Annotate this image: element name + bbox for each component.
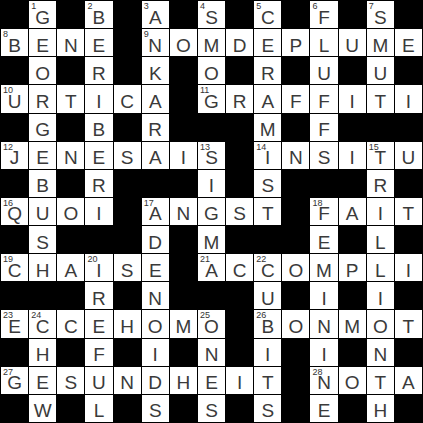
block-cell-12-10 bbox=[282, 339, 309, 366]
cell-5-6[interactable]: I bbox=[170, 142, 197, 169]
cell-letter: C bbox=[233, 256, 247, 280]
cell-1-3[interactable]: E bbox=[85, 29, 112, 56]
cell-letter: D bbox=[148, 228, 162, 252]
cell-11-13[interactable]: O bbox=[367, 310, 394, 337]
cell-8-1[interactable]: S bbox=[29, 226, 56, 253]
cell-13-4[interactable]: N bbox=[114, 367, 141, 394]
cell-5-12[interactable]: I bbox=[339, 142, 366, 169]
cell-7-7[interactable]: G bbox=[198, 198, 225, 225]
cell-1-2[interactable]: N bbox=[57, 29, 84, 56]
block-cell-6-11 bbox=[310, 170, 337, 197]
cell-11-6[interactable]: M bbox=[170, 310, 197, 337]
cell-letter: U bbox=[402, 143, 416, 167]
cell-letter: C bbox=[120, 87, 134, 111]
cell-8-7[interactable]: M bbox=[198, 226, 225, 253]
cell-letter: T bbox=[262, 368, 274, 392]
block-cell-2-10 bbox=[282, 57, 309, 84]
block-cell-8-0 bbox=[1, 226, 28, 253]
cell-4-3[interactable]: B bbox=[85, 114, 112, 141]
clue-number-19: 19 bbox=[3, 254, 13, 264]
clue-number-11: 11 bbox=[200, 85, 209, 95]
block-cell-13-10 bbox=[282, 367, 309, 394]
cell-3-0[interactable]: 10U bbox=[1, 85, 28, 112]
cell-0-11[interactable]: 6F bbox=[310, 1, 337, 28]
cell-2-9[interactable]: R bbox=[254, 57, 281, 84]
cell-5-9[interactable]: 14I bbox=[254, 142, 281, 169]
cell-letter: M bbox=[260, 115, 276, 139]
clue-number-7: 7 bbox=[369, 1, 374, 11]
block-cell-8-4 bbox=[114, 226, 141, 253]
block-cell-8-6 bbox=[170, 226, 197, 253]
cell-letter: A bbox=[149, 3, 162, 27]
cell-letter: I bbox=[406, 256, 411, 280]
cell-letter: O bbox=[289, 256, 304, 280]
cell-1-9[interactable]: E bbox=[254, 29, 281, 56]
cell-13-13[interactable]: T bbox=[367, 367, 394, 394]
cell-letter: E bbox=[36, 368, 49, 392]
block-cell-0-12 bbox=[339, 1, 366, 28]
block-cell-4-14 bbox=[395, 114, 422, 141]
cell-letter: E bbox=[205, 368, 218, 392]
block-cell-6-8 bbox=[226, 170, 253, 197]
cell-11-9[interactable]: 26B bbox=[254, 310, 281, 337]
cell-7-6[interactable]: N bbox=[170, 198, 197, 225]
block-cell-0-10 bbox=[282, 1, 309, 28]
block-cell-0-2 bbox=[57, 1, 84, 28]
block-cell-12-0 bbox=[1, 339, 28, 366]
cell-9-14[interactable]: I bbox=[395, 254, 422, 281]
cell-3-14[interactable]: I bbox=[395, 85, 422, 112]
cell-letter: H bbox=[36, 256, 50, 280]
clue-number-17: 17 bbox=[144, 198, 154, 208]
cell-1-12[interactable]: U bbox=[339, 29, 366, 56]
cell-6-1[interactable]: B bbox=[29, 170, 56, 197]
cell-6-9[interactable]: S bbox=[254, 170, 281, 197]
cell-1-7[interactable]: M bbox=[198, 29, 225, 56]
cell-12-9[interactable]: I bbox=[254, 339, 281, 366]
cell-letter: T bbox=[262, 199, 274, 223]
cell-4-5[interactable]: R bbox=[142, 114, 169, 141]
cell-letter: R bbox=[92, 171, 106, 195]
block-cell-8-8 bbox=[226, 226, 253, 253]
cell-7-8[interactable]: S bbox=[226, 198, 253, 225]
cell-7-2[interactable]: O bbox=[57, 198, 84, 225]
cell-13-0[interactable]: 27G bbox=[1, 367, 28, 394]
block-cell-8-12 bbox=[339, 226, 366, 253]
block-cell-4-10 bbox=[282, 114, 309, 141]
cell-14-7[interactable]: S bbox=[198, 395, 225, 422]
cell-9-11[interactable]: M bbox=[310, 254, 337, 281]
cell-letter: I bbox=[350, 87, 355, 111]
cell-1-8[interactable]: D bbox=[226, 29, 253, 56]
cell-7-11[interactable]: 18F bbox=[310, 198, 337, 225]
cell-letter: M bbox=[175, 312, 191, 336]
cell-5-2[interactable]: N bbox=[57, 142, 84, 169]
cell-letter: R bbox=[233, 87, 247, 111]
cell-letter: B bbox=[93, 3, 106, 27]
cell-letter: O bbox=[176, 31, 191, 55]
cell-14-9[interactable]: S bbox=[254, 395, 281, 422]
block-cell-2-12 bbox=[339, 57, 366, 84]
cell-9-9[interactable]: 22C bbox=[254, 254, 281, 281]
cell-2-7[interactable]: O bbox=[198, 57, 225, 84]
cell-3-9[interactable]: A bbox=[254, 85, 281, 112]
cell-1-0[interactable]: 8B bbox=[1, 29, 28, 56]
cell-9-12[interactable]: P bbox=[339, 254, 366, 281]
block-cell-0-8 bbox=[226, 1, 253, 28]
cell-5-13[interactable]: 15T bbox=[367, 142, 394, 169]
cell-letter: U bbox=[261, 284, 275, 308]
cell-letter: S bbox=[121, 143, 134, 167]
block-cell-14-12 bbox=[339, 395, 366, 422]
cell-letter: S bbox=[261, 396, 274, 420]
cell-12-3[interactable]: F bbox=[85, 339, 112, 366]
cell-7-3[interactable]: I bbox=[85, 198, 112, 225]
cell-8-11[interactable]: E bbox=[310, 226, 337, 253]
cell-11-12[interactable]: M bbox=[339, 310, 366, 337]
cell-letter: B bbox=[93, 115, 106, 139]
cell-letter: B bbox=[36, 171, 49, 195]
cell-11-1[interactable]: 24C bbox=[29, 310, 56, 337]
cell-6-13[interactable]: R bbox=[367, 170, 394, 197]
cell-9-3[interactable]: 20I bbox=[85, 254, 112, 281]
block-cell-5-8 bbox=[226, 142, 253, 169]
block-cell-7-4 bbox=[114, 198, 141, 225]
cell-letter: S bbox=[233, 199, 246, 223]
cell-letter: M bbox=[204, 31, 220, 55]
cell-letter: N bbox=[373, 340, 387, 364]
block-cell-4-6 bbox=[170, 114, 197, 141]
block-cell-12-8 bbox=[226, 339, 253, 366]
cell-13-3[interactable]: U bbox=[85, 367, 112, 394]
cell-11-5[interactable]: O bbox=[142, 310, 169, 337]
cell-9-2[interactable]: A bbox=[57, 254, 84, 281]
cell-10-9[interactable]: U bbox=[254, 282, 281, 309]
clue-number-23: 23 bbox=[3, 310, 13, 320]
cell-11-10[interactable]: O bbox=[282, 310, 309, 337]
cell-7-1[interactable]: U bbox=[29, 198, 56, 225]
cell-0-1[interactable]: 1G bbox=[29, 1, 56, 28]
cell-12-5[interactable]: I bbox=[142, 339, 169, 366]
clue-number-5: 5 bbox=[256, 1, 261, 11]
cell-letter: H bbox=[373, 396, 387, 420]
cell-letter: S bbox=[149, 396, 162, 420]
cell-letter: O bbox=[63, 199, 78, 223]
block-cell-1-4 bbox=[114, 29, 141, 56]
clue-number-21: 21 bbox=[200, 254, 210, 264]
cell-5-4[interactable]: S bbox=[114, 142, 141, 169]
cell-letter: M bbox=[372, 31, 388, 55]
cell-5-7[interactable]: 13S bbox=[198, 142, 225, 169]
cell-letter: L bbox=[319, 31, 330, 55]
cell-0-9[interactable]: 5C bbox=[254, 1, 281, 28]
clue-number-2: 2 bbox=[87, 1, 92, 11]
block-cell-6-6 bbox=[170, 170, 197, 197]
cell-letter: L bbox=[94, 396, 105, 420]
cell-7-0[interactable]: 16Q bbox=[1, 198, 28, 225]
cell-9-5[interactable]: E bbox=[142, 254, 169, 281]
cell-letter: I bbox=[350, 143, 355, 167]
block-cell-14-0 bbox=[1, 395, 28, 422]
cell-12-11[interactable]: I bbox=[310, 339, 337, 366]
cell-12-1[interactable]: H bbox=[29, 339, 56, 366]
block-cell-8-14 bbox=[395, 226, 422, 253]
cell-7-5[interactable]: 17A bbox=[142, 198, 169, 225]
cell-13-12[interactable]: O bbox=[339, 367, 366, 394]
cell-14-13[interactable]: H bbox=[367, 395, 394, 422]
cell-letter: R bbox=[148, 115, 162, 139]
block-cell-6-4 bbox=[114, 170, 141, 197]
clue-number-15: 15 bbox=[369, 142, 379, 152]
cell-letter: E bbox=[93, 31, 106, 55]
block-cell-14-14 bbox=[395, 395, 422, 422]
cell-2-5[interactable]: K bbox=[142, 57, 169, 84]
cell-letter: E bbox=[93, 312, 106, 336]
cell-12-13[interactable]: N bbox=[367, 339, 394, 366]
block-cell-10-6 bbox=[170, 282, 197, 309]
cell-2-13[interactable]: U bbox=[367, 57, 394, 84]
cell-1-10[interactable]: P bbox=[282, 29, 309, 56]
cell-letter: S bbox=[318, 143, 331, 167]
cell-letter: H bbox=[36, 340, 50, 364]
cell-13-9[interactable]: T bbox=[254, 367, 281, 394]
cell-letter: I bbox=[96, 87, 101, 111]
cell-1-14[interactable]: E bbox=[395, 29, 422, 56]
cell-letter: P bbox=[290, 31, 303, 55]
clue-number-4: 4 bbox=[200, 1, 205, 11]
cell-13-7[interactable]: E bbox=[198, 367, 225, 394]
cell-5-5[interactable]: A bbox=[142, 142, 169, 169]
block-cell-10-2 bbox=[57, 282, 84, 309]
cell-3-3[interactable]: I bbox=[85, 85, 112, 112]
clue-number-9: 9 bbox=[144, 29, 149, 39]
cell-7-9[interactable]: T bbox=[254, 198, 281, 225]
cell-3-12[interactable]: I bbox=[339, 85, 366, 112]
cell-letter: D bbox=[148, 368, 162, 392]
cell-10-11[interactable]: I bbox=[310, 282, 337, 309]
cell-3-5[interactable]: A bbox=[142, 85, 169, 112]
block-cell-6-14 bbox=[395, 170, 422, 197]
block-cell-10-4 bbox=[114, 282, 141, 309]
cell-3-13[interactable]: T bbox=[367, 85, 394, 112]
block-cell-10-14 bbox=[395, 282, 422, 309]
cell-14-5[interactable]: S bbox=[142, 395, 169, 422]
clue-number-6: 6 bbox=[312, 1, 317, 11]
cell-letter: C bbox=[261, 3, 275, 27]
clue-number-27: 27 bbox=[3, 367, 13, 377]
cell-3-4[interactable]: C bbox=[114, 85, 141, 112]
cell-2-3[interactable]: R bbox=[85, 57, 112, 84]
cell-7-12[interactable]: A bbox=[339, 198, 366, 225]
cell-12-7[interactable]: N bbox=[198, 339, 225, 366]
cell-5-10[interactable]: N bbox=[282, 142, 309, 169]
cell-letter: A bbox=[402, 368, 415, 392]
cell-letter: U bbox=[36, 199, 50, 223]
block-cell-6-12 bbox=[339, 170, 366, 197]
cell-letter: H bbox=[176, 368, 190, 392]
cell-letter: S bbox=[261, 171, 274, 195]
cell-13-14[interactable]: A bbox=[395, 367, 422, 394]
block-cell-2-2 bbox=[57, 57, 84, 84]
cell-letter: I bbox=[209, 171, 214, 195]
block-cell-6-2 bbox=[57, 170, 84, 197]
cell-1-11[interactable]: L bbox=[310, 29, 337, 56]
cell-5-3[interactable]: E bbox=[85, 142, 112, 169]
cell-letter: F bbox=[290, 87, 302, 111]
cell-letter: H bbox=[120, 312, 134, 336]
cell-5-14[interactable]: U bbox=[395, 142, 422, 169]
cell-letter: N bbox=[289, 143, 303, 167]
clue-number-3: 3 bbox=[144, 1, 149, 11]
cell-letter: I bbox=[321, 284, 326, 308]
cell-3-7[interactable]: 11G bbox=[198, 85, 225, 112]
cell-10-13[interactable]: I bbox=[367, 282, 394, 309]
cell-13-5[interactable]: D bbox=[142, 367, 169, 394]
cell-letter: O bbox=[35, 59, 50, 83]
cell-letter: R bbox=[373, 171, 387, 195]
cell-5-0[interactable]: 12J bbox=[1, 142, 28, 169]
cell-letter: K bbox=[149, 59, 162, 83]
cell-letter: T bbox=[374, 368, 386, 392]
cell-7-13[interactable]: I bbox=[367, 198, 394, 225]
cell-1-13[interactable]: M bbox=[367, 29, 394, 56]
cell-10-5[interactable]: N bbox=[142, 282, 169, 309]
cell-letter: D bbox=[233, 31, 247, 55]
cell-letter: E bbox=[318, 396, 331, 420]
cell-9-7[interactable]: 21A bbox=[198, 254, 225, 281]
cell-letter: N bbox=[317, 312, 331, 336]
block-cell-8-3 bbox=[85, 226, 112, 253]
cell-7-14[interactable]: T bbox=[395, 198, 422, 225]
block-cell-2-14 bbox=[395, 57, 422, 84]
cell-4-9[interactable]: M bbox=[254, 114, 281, 141]
cell-0-5[interactable]: 3A bbox=[142, 1, 169, 28]
cell-13-2[interactable]: S bbox=[57, 367, 84, 394]
block-cell-10-10 bbox=[282, 282, 309, 309]
clue-number-22: 22 bbox=[256, 254, 266, 264]
block-cell-4-4 bbox=[114, 114, 141, 141]
cell-letter: G bbox=[35, 3, 50, 27]
cell-9-13[interactable]: L bbox=[367, 254, 394, 281]
cell-letter: C bbox=[64, 312, 78, 336]
cell-9-8[interactable]: C bbox=[226, 254, 253, 281]
block-cell-12-12 bbox=[339, 339, 366, 366]
cell-9-4[interactable]: S bbox=[114, 254, 141, 281]
cell-5-11[interactable]: S bbox=[310, 142, 337, 169]
cell-6-3[interactable]: R bbox=[85, 170, 112, 197]
cell-letter: E bbox=[149, 256, 162, 280]
block-cell-9-6 bbox=[170, 254, 197, 281]
cell-letter: O bbox=[204, 59, 219, 83]
cell-0-3[interactable]: 2B bbox=[85, 1, 112, 28]
block-cell-14-6 bbox=[170, 395, 197, 422]
cell-letter: I bbox=[406, 87, 411, 111]
cell-letter: M bbox=[204, 228, 220, 252]
block-cell-4-0 bbox=[1, 114, 28, 141]
cell-2-1[interactable]: O bbox=[29, 57, 56, 84]
clue-number-24: 24 bbox=[31, 310, 41, 320]
cell-11-0[interactable]: 23E bbox=[1, 310, 28, 337]
cell-letter: N bbox=[64, 143, 78, 167]
cell-letter: W bbox=[34, 396, 52, 420]
block-cell-4-2 bbox=[57, 114, 84, 141]
cell-letter: A bbox=[261, 87, 274, 111]
cell-letter: B bbox=[8, 31, 21, 55]
cell-14-3[interactable]: L bbox=[85, 395, 112, 422]
cell-9-10[interactable]: O bbox=[282, 254, 309, 281]
cell-1-6[interactable]: O bbox=[170, 29, 197, 56]
cell-3-8[interactable]: R bbox=[226, 85, 253, 112]
cell-1-5[interactable]: 9N bbox=[142, 29, 169, 56]
cell-13-11[interactable]: 28N bbox=[310, 367, 337, 394]
block-cell-10-12 bbox=[339, 282, 366, 309]
cell-letter: T bbox=[65, 87, 77, 111]
clue-number-8: 8 bbox=[3, 29, 8, 39]
cell-3-11[interactable]: F bbox=[310, 85, 337, 112]
cell-letter: E bbox=[261, 31, 274, 55]
cell-2-11[interactable]: U bbox=[310, 57, 337, 84]
cell-14-1[interactable]: W bbox=[29, 395, 56, 422]
clue-number-28: 28 bbox=[312, 367, 322, 377]
cell-letter: F bbox=[318, 115, 330, 139]
cell-11-14[interactable]: T bbox=[395, 310, 422, 337]
cell-9-1[interactable]: H bbox=[29, 254, 56, 281]
cell-9-0[interactable]: 19C bbox=[1, 254, 28, 281]
block-cell-8-10 bbox=[282, 226, 309, 253]
cell-letter: R bbox=[36, 87, 50, 111]
cell-3-1[interactable]: R bbox=[29, 85, 56, 112]
block-cell-10-0 bbox=[1, 282, 28, 309]
cell-letter: A bbox=[346, 199, 359, 223]
cell-14-11[interactable]: E bbox=[310, 395, 337, 422]
block-cell-8-9 bbox=[254, 226, 281, 253]
cell-6-7[interactable]: I bbox=[198, 170, 225, 197]
cell-1-1[interactable]: E bbox=[29, 29, 56, 56]
cell-3-10[interactable]: F bbox=[282, 85, 309, 112]
cell-letter: U bbox=[92, 368, 106, 392]
block-cell-14-4 bbox=[114, 395, 141, 422]
cell-letter: U bbox=[317, 59, 331, 83]
cell-4-1[interactable]: G bbox=[29, 114, 56, 141]
cell-13-1[interactable]: E bbox=[29, 367, 56, 394]
cell-letter: I bbox=[378, 199, 383, 223]
cell-11-4[interactable]: H bbox=[114, 310, 141, 337]
cell-0-7[interactable]: 4S bbox=[198, 1, 225, 28]
cell-10-3[interactable]: R bbox=[85, 282, 112, 309]
clue-number-1: 1 bbox=[31, 1, 36, 11]
block-cell-3-6 bbox=[170, 85, 197, 112]
cell-11-2[interactable]: C bbox=[57, 310, 84, 337]
block-cell-4-12 bbox=[339, 114, 366, 141]
cell-8-13[interactable]: L bbox=[367, 226, 394, 253]
cell-3-2[interactable]: T bbox=[57, 85, 84, 112]
cell-11-3[interactable]: E bbox=[85, 310, 112, 337]
cell-letter: I bbox=[321, 340, 326, 364]
cell-13-8[interactable]: I bbox=[226, 367, 253, 394]
cell-0-13[interactable]: 7S bbox=[367, 1, 394, 28]
cell-4-11[interactable]: F bbox=[310, 114, 337, 141]
cell-5-1[interactable]: E bbox=[29, 142, 56, 169]
block-cell-2-8 bbox=[226, 57, 253, 84]
cell-letter: G bbox=[204, 199, 219, 223]
cell-13-6[interactable]: H bbox=[170, 367, 197, 394]
cell-8-5[interactable]: D bbox=[142, 226, 169, 253]
cell-11-11[interactable]: N bbox=[310, 310, 337, 337]
block-cell-4-8 bbox=[226, 114, 253, 141]
block-cell-6-10 bbox=[282, 170, 309, 197]
cell-11-7[interactable]: 25O bbox=[198, 310, 225, 337]
crossword-board: 1G2B3A4S5C6F7S8BENE9NOMDEPLUMEORKORUU10U… bbox=[0, 0, 423, 423]
